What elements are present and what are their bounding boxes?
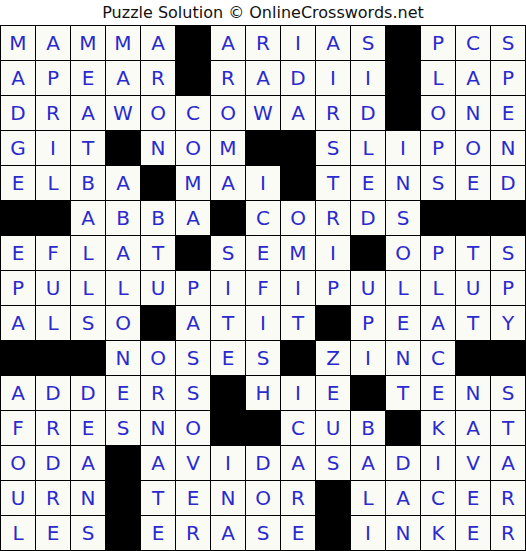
letter-cell-r8c5: U <box>141 271 175 305</box>
letter-cell-r7c8: E <box>246 236 280 270</box>
letter-cell-r1c13: P <box>421 26 455 60</box>
letter-cell-r4c2: I <box>36 131 70 165</box>
letter-cell-r8c11: U <box>351 271 385 305</box>
letter-cell-r8c13: L <box>421 271 455 305</box>
letter-cell-r3c2: R <box>36 96 70 130</box>
letter-cell-r13c14: V <box>456 446 490 480</box>
letter-cell-r9c15: Y <box>491 306 525 340</box>
letter-cell-r9c3: S <box>71 306 105 340</box>
letter-cell-r15c15: R <box>491 516 525 550</box>
letter-cell-r14c14: E <box>456 481 490 515</box>
block-cell-r12c8 <box>246 411 280 445</box>
block-cell-r4c8 <box>246 131 280 165</box>
letter-cell-r4c11: L <box>351 131 385 165</box>
letter-cell-r15c6: R <box>176 516 210 550</box>
letter-cell-r5c6: M <box>176 166 210 200</box>
letter-cell-r9c1: A <box>1 306 35 340</box>
letter-cell-r14c2: R <box>36 481 70 515</box>
letter-cell-r15c5: E <box>141 516 175 550</box>
letter-cell-r14c1: U <box>1 481 35 515</box>
letter-cell-r1c1: M <box>1 26 35 60</box>
block-cell-r9c5 <box>141 306 175 340</box>
letter-cell-r8c6: P <box>176 271 210 305</box>
letter-cell-r3c6: C <box>176 96 210 130</box>
letter-cell-r12c9: C <box>281 411 315 445</box>
letter-cell-r13c1: O <box>1 446 35 480</box>
letter-cell-r7c15: S <box>491 236 525 270</box>
letter-cell-r7c2: F <box>36 236 70 270</box>
letter-cell-r1c14: C <box>456 26 490 60</box>
letter-cell-r7c5: T <box>141 236 175 270</box>
block-cell-r11c7 <box>211 376 245 410</box>
letter-cell-r11c2: D <box>36 376 70 410</box>
block-cell-r9c10 <box>316 306 350 340</box>
letter-cell-r4c15: N <box>491 131 525 165</box>
letter-cell-r13c2: D <box>36 446 70 480</box>
letter-cell-r2c7: R <box>211 61 245 95</box>
block-cell-r2c6 <box>176 61 210 95</box>
letter-cell-r6c12: S <box>386 201 420 235</box>
letter-cell-r14c9: R <box>281 481 315 515</box>
letter-cell-r15c13: K <box>421 516 455 550</box>
letter-cell-r14c8: O <box>246 481 280 515</box>
page-title: Puzzle Solution © OnlineCrosswords.net <box>0 0 526 25</box>
letter-cell-r5c13: S <box>421 166 455 200</box>
letter-cell-r5c3: B <box>71 166 105 200</box>
block-cell-r10c9 <box>281 341 315 375</box>
letter-cell-r5c2: L <box>36 166 70 200</box>
letter-cell-r2c14: A <box>456 61 490 95</box>
block-cell-r6c15 <box>491 201 525 235</box>
letter-cell-r2c13: L <box>421 61 455 95</box>
letter-cell-r13c5: A <box>141 446 175 480</box>
letter-cell-r10c7: E <box>211 341 245 375</box>
letter-cell-r4c12: I <box>386 131 420 165</box>
letter-cell-r10c8: S <box>246 341 280 375</box>
letter-cell-r3c14: N <box>456 96 490 130</box>
letter-cell-r11c8: H <box>246 376 280 410</box>
letter-cell-r7c10: I <box>316 236 350 270</box>
letter-cell-r13c9: A <box>281 446 315 480</box>
letter-cell-r7c12: O <box>386 236 420 270</box>
block-cell-r5c5 <box>141 166 175 200</box>
letter-cell-r8c12: L <box>386 271 420 305</box>
letter-cell-r11c10: E <box>316 376 350 410</box>
letter-cell-r9c13: A <box>421 306 455 340</box>
letter-cell-r1c3: M <box>71 26 105 60</box>
letter-cell-r9c12: E <box>386 306 420 340</box>
letter-cell-r10c12: N <box>386 341 420 375</box>
letter-cell-r4c5: N <box>141 131 175 165</box>
letter-cell-r3c3: A <box>71 96 105 130</box>
letter-cell-r7c1: E <box>1 236 35 270</box>
letter-cell-r12c6: O <box>176 411 210 445</box>
letter-cell-r14c15: R <box>491 481 525 515</box>
letter-cell-r3c8: W <box>246 96 280 130</box>
letter-cell-r7c14: T <box>456 236 490 270</box>
block-cell-r6c1 <box>1 201 35 235</box>
letter-cell-r8c3: L <box>71 271 105 305</box>
letter-cell-r13c11: A <box>351 446 385 480</box>
letter-cell-r14c13: C <box>421 481 455 515</box>
letter-cell-r2c3: E <box>71 61 105 95</box>
block-cell-r1c6 <box>176 26 210 60</box>
block-cell-r12c12 <box>386 411 420 445</box>
letter-cell-r9c9: T <box>281 306 315 340</box>
letter-cell-r3c9: A <box>281 96 315 130</box>
letter-cell-r7c4: A <box>106 236 140 270</box>
block-cell-r3c12 <box>386 96 420 130</box>
letter-cell-r1c2: A <box>36 26 70 60</box>
letter-cell-r11c3: D <box>71 376 105 410</box>
letter-cell-r12c3: E <box>71 411 105 445</box>
block-cell-r10c14 <box>456 341 490 375</box>
letter-cell-r1c15: S <box>491 26 525 60</box>
letter-cell-r4c10: S <box>316 131 350 165</box>
block-cell-r6c2 <box>36 201 70 235</box>
letter-cell-r11c5: R <box>141 376 175 410</box>
letter-cell-r1c5: A <box>141 26 175 60</box>
letter-cell-r1c8: R <box>246 26 280 60</box>
letter-cell-r12c14: A <box>456 411 490 445</box>
letter-cell-r11c15: S <box>491 376 525 410</box>
letter-cell-r13c7: I <box>211 446 245 480</box>
block-cell-r14c10 <box>316 481 350 515</box>
letter-cell-r2c9: D <box>281 61 315 95</box>
letter-cell-r8c8: F <box>246 271 280 305</box>
block-cell-r11c11 <box>351 376 385 410</box>
letter-cell-r2c8: A <box>246 61 280 95</box>
block-cell-r2c12 <box>386 61 420 95</box>
letter-cell-r8c15: P <box>491 271 525 305</box>
letter-cell-r14c5: T <box>141 481 175 515</box>
letter-cell-r13c12: D <box>386 446 420 480</box>
letter-cell-r1c11: S <box>351 26 385 60</box>
letter-cell-r11c4: E <box>106 376 140 410</box>
crossword-grid: MAMMAARIASPCSAPEARRADIILAPDRAWOCOWARDONE… <box>0 25 526 551</box>
letter-cell-r6c5: B <box>141 201 175 235</box>
block-cell-r14c4 <box>106 481 140 515</box>
letter-cell-r11c13: E <box>421 376 455 410</box>
letter-cell-r10c13: C <box>421 341 455 375</box>
letter-cell-r12c15: T <box>491 411 525 445</box>
letter-cell-r15c11: I <box>351 516 385 550</box>
block-cell-r1c12 <box>386 26 420 60</box>
letter-cell-r1c7: A <box>211 26 245 60</box>
letter-cell-r7c13: P <box>421 236 455 270</box>
block-cell-r15c10 <box>316 516 350 550</box>
letter-cell-r6c8: C <box>246 201 280 235</box>
letter-cell-r5c7: A <box>211 166 245 200</box>
letter-cell-r3c13: O <box>421 96 455 130</box>
letter-cell-r14c7: N <box>211 481 245 515</box>
letter-cell-r15c8: S <box>246 516 280 550</box>
letter-cell-r5c15: D <box>491 166 525 200</box>
letter-cell-r1c4: M <box>106 26 140 60</box>
letter-cell-r10c6: S <box>176 341 210 375</box>
letter-cell-r12c13: K <box>421 411 455 445</box>
letter-cell-r11c6: S <box>176 376 210 410</box>
letter-cell-r6c10: R <box>316 201 350 235</box>
letter-cell-r13c15: A <box>491 446 525 480</box>
letter-cell-r13c8: D <box>246 446 280 480</box>
letter-cell-r1c10: A <box>316 26 350 60</box>
block-cell-r4c9 <box>281 131 315 165</box>
block-cell-r13c4 <box>106 446 140 480</box>
letter-cell-r7c7: S <box>211 236 245 270</box>
letter-cell-r10c10: Z <box>316 341 350 375</box>
letter-cell-r2c1: A <box>1 61 35 95</box>
letter-cell-r8c9: I <box>281 271 315 305</box>
letter-cell-r2c4: A <box>106 61 140 95</box>
letter-cell-r2c10: I <box>316 61 350 95</box>
letter-cell-r15c14: E <box>456 516 490 550</box>
letter-cell-r11c14: N <box>456 376 490 410</box>
letter-cell-r12c11: B <box>351 411 385 445</box>
letter-cell-r3c1: D <box>1 96 35 130</box>
letter-cell-r3c15: E <box>491 96 525 130</box>
block-cell-r15c4 <box>106 516 140 550</box>
letter-cell-r8c4: L <box>106 271 140 305</box>
letter-cell-r9c14: T <box>456 306 490 340</box>
letter-cell-r2c2: P <box>36 61 70 95</box>
letter-cell-r15c2: E <box>36 516 70 550</box>
letter-cell-r13c6: V <box>176 446 210 480</box>
letter-cell-r12c4: S <box>106 411 140 445</box>
letter-cell-r9c8: I <box>246 306 280 340</box>
letter-cell-r15c3: S <box>71 516 105 550</box>
letter-cell-r5c12: N <box>386 166 420 200</box>
letter-cell-r8c2: U <box>36 271 70 305</box>
block-cell-r12c7 <box>211 411 245 445</box>
letter-cell-r2c15: P <box>491 61 525 95</box>
letter-cell-r9c2: L <box>36 306 70 340</box>
letter-cell-r3c5: O <box>141 96 175 130</box>
letter-cell-r13c13: I <box>421 446 455 480</box>
block-cell-r5c9 <box>281 166 315 200</box>
letter-cell-r5c1: E <box>1 166 35 200</box>
letter-cell-r9c4: O <box>106 306 140 340</box>
letter-cell-r12c1: F <box>1 411 35 445</box>
letter-cell-r8c1: P <box>1 271 35 305</box>
letter-cell-r13c3: A <box>71 446 105 480</box>
block-cell-r4c4 <box>106 131 140 165</box>
letter-cell-r2c5: R <box>141 61 175 95</box>
letter-cell-r14c12: A <box>386 481 420 515</box>
block-cell-r10c1 <box>1 341 35 375</box>
block-cell-r7c6 <box>176 236 210 270</box>
letter-cell-r15c1: L <box>1 516 35 550</box>
block-cell-r10c15 <box>491 341 525 375</box>
letter-cell-r4c14: O <box>456 131 490 165</box>
letter-cell-r5c14: E <box>456 166 490 200</box>
letter-cell-r6c9: O <box>281 201 315 235</box>
letter-cell-r15c9: E <box>281 516 315 550</box>
block-cell-r10c2 <box>36 341 70 375</box>
letter-cell-r13c10: S <box>316 446 350 480</box>
letter-cell-r12c10: U <box>316 411 350 445</box>
block-cell-r6c13 <box>421 201 455 235</box>
letter-cell-r6c4: B <box>106 201 140 235</box>
letter-cell-r14c3: N <box>71 481 105 515</box>
letter-cell-r10c11: I <box>351 341 385 375</box>
letter-cell-r12c2: R <box>36 411 70 445</box>
letter-cell-r3c4: W <box>106 96 140 130</box>
letter-cell-r4c6: O <box>176 131 210 165</box>
letter-cell-r8c10: P <box>316 271 350 305</box>
letter-cell-r15c12: N <box>386 516 420 550</box>
letter-cell-r1c9: I <box>281 26 315 60</box>
letter-cell-r4c7: M <box>211 131 245 165</box>
letter-cell-r15c7: A <box>211 516 245 550</box>
letter-cell-r14c11: L <box>351 481 385 515</box>
letter-cell-r2c11: I <box>351 61 385 95</box>
letter-cell-r11c9: I <box>281 376 315 410</box>
letter-cell-r3c7: O <box>211 96 245 130</box>
letter-cell-r5c11: E <box>351 166 385 200</box>
letter-cell-r4c3: T <box>71 131 105 165</box>
letter-cell-r6c6: A <box>176 201 210 235</box>
block-cell-r10c3 <box>71 341 105 375</box>
letter-cell-r5c10: T <box>316 166 350 200</box>
letter-cell-r6c11: D <box>351 201 385 235</box>
letter-cell-r10c5: O <box>141 341 175 375</box>
letter-cell-r5c8: I <box>246 166 280 200</box>
letter-cell-r9c6: A <box>176 306 210 340</box>
letter-cell-r5c4: A <box>106 166 140 200</box>
letter-cell-r7c3: L <box>71 236 105 270</box>
letter-cell-r10c4: N <box>106 341 140 375</box>
letter-cell-r8c14: U <box>456 271 490 305</box>
letter-cell-r6c3: A <box>71 201 105 235</box>
letter-cell-r9c7: T <box>211 306 245 340</box>
letter-cell-r3c11: D <box>351 96 385 130</box>
letter-cell-r11c12: T <box>386 376 420 410</box>
letter-cell-r14c6: E <box>176 481 210 515</box>
letter-cell-r12c5: N <box>141 411 175 445</box>
block-cell-r6c14 <box>456 201 490 235</box>
letter-cell-r4c1: G <box>1 131 35 165</box>
block-cell-r7c11 <box>351 236 385 270</box>
block-cell-r6c7 <box>211 201 245 235</box>
letter-cell-r8c7: I <box>211 271 245 305</box>
letter-cell-r9c11: P <box>351 306 385 340</box>
letter-cell-r11c1: A <box>1 376 35 410</box>
letter-cell-r3c10: R <box>316 96 350 130</box>
letter-cell-r4c13: P <box>421 131 455 165</box>
letter-cell-r7c9: M <box>281 236 315 270</box>
